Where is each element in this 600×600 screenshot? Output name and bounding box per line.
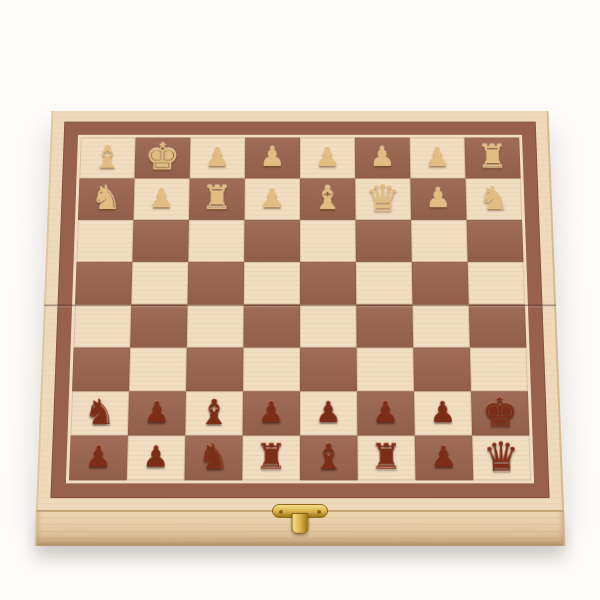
piece-dark-bishop: ♝	[313, 439, 345, 474]
square-d2[interactable]: ♟	[243, 391, 300, 435]
piece-light-pawn: ♟	[315, 144, 341, 171]
square-e4[interactable]	[300, 304, 357, 347]
folding-chess-box: ♝♚♟♟♟♟♟♜♞♟♜♟♝♛♟♞♞♟♝♟♟♟♟♚♟♟♞♜♝♜♟♛	[35, 111, 566, 546]
square-d4[interactable]	[243, 304, 300, 347]
square-f6[interactable]	[356, 220, 412, 262]
square-a3[interactable]	[72, 348, 130, 392]
chess-board-grid: ♝♚♟♟♟♟♟♜♞♟♜♟♝♛♟♞♞♟♝♟♟♟♟♚♟♟♞♜♝♜♟♛	[69, 137, 531, 480]
square-h1[interactable]: ♛	[472, 436, 531, 481]
piece-light-knight: ♞	[478, 182, 510, 214]
piece-dark-queen: ♛	[483, 437, 521, 477]
square-e8[interactable]: ♟	[300, 137, 355, 178]
square-h5[interactable]	[468, 262, 525, 305]
square-f7[interactable]: ♛	[355, 178, 411, 219]
piece-light-pawn: ♟	[370, 144, 396, 171]
board-inner-liner: ♝♚♟♟♟♟♟♜♞♟♜♟♝♛♟♞♞♟♝♟♟♟♟♚♟♟♞♜♝♜♟♛	[66, 135, 534, 484]
square-c3[interactable]	[186, 348, 243, 392]
piece-dark-pawn: ♟	[430, 442, 457, 471]
piece-dark-bishop: ♝	[198, 395, 230, 430]
square-g7[interactable]: ♟	[410, 178, 466, 219]
piece-dark-pawn: ♟	[258, 398, 285, 427]
square-b4[interactable]	[130, 304, 187, 347]
piece-dark-rook: ♜	[370, 439, 402, 474]
square-f8[interactable]: ♟	[355, 137, 411, 178]
clasp-screw-right	[317, 510, 321, 514]
piece-dark-pawn: ♟	[142, 442, 169, 471]
piece-light-pawn: ♟	[259, 185, 285, 212]
piece-light-rook: ♜	[201, 182, 232, 214]
piece-dark-pawn: ♟	[372, 398, 399, 427]
square-b2[interactable]: ♟	[128, 391, 186, 435]
square-g2[interactable]: ♟	[414, 391, 472, 435]
square-a4[interactable]	[74, 304, 132, 347]
piece-dark-pawn: ♟	[315, 398, 342, 427]
square-b1[interactable]: ♟	[127, 436, 186, 481]
square-c4[interactable]	[187, 304, 244, 347]
square-f3[interactable]	[357, 348, 414, 392]
square-g4[interactable]	[412, 304, 469, 347]
square-e3[interactable]	[300, 348, 357, 392]
square-a8[interactable]: ♝	[79, 137, 135, 178]
square-f2[interactable]: ♟	[357, 391, 415, 435]
piece-dark-pawn: ♟	[429, 398, 456, 427]
square-d1[interactable]: ♜	[242, 436, 300, 481]
square-d8[interactable]: ♟	[245, 137, 300, 178]
square-f4[interactable]	[356, 304, 413, 347]
square-b6[interactable]	[132, 220, 189, 262]
square-c7[interactable]: ♜	[189, 178, 245, 219]
square-d3[interactable]	[243, 348, 300, 392]
box-top-surface: ♝♚♟♟♟♟♟♜♞♟♜♟♝♛♟♞♞♟♝♟♟♟♟♚♟♟♞♜♝♜♟♛	[36, 111, 564, 510]
square-b5[interactable]	[131, 262, 188, 305]
clasp-screw-left	[279, 510, 283, 514]
piece-light-rook: ♜	[477, 141, 509, 173]
square-f1[interactable]: ♜	[357, 436, 415, 481]
piece-light-bishop: ♝	[312, 182, 343, 214]
piece-light-queen: ♛	[365, 180, 401, 217]
board-border-band: ♝♚♟♟♟♟♟♜♞♟♜♟♝♛♟♞♞♟♝♟♟♟♟♚♟♟♞♜♝♜♟♛	[50, 122, 549, 499]
square-a5[interactable]	[75, 262, 132, 305]
square-e1[interactable]: ♝	[300, 436, 358, 481]
square-c2[interactable]: ♝	[185, 391, 243, 435]
square-a6[interactable]	[76, 220, 133, 262]
square-h7[interactable]: ♞	[465, 178, 522, 219]
piece-light-pawn: ♟	[424, 144, 450, 171]
piece-dark-knight: ♞	[83, 395, 116, 430]
piece-dark-rook: ♜	[255, 439, 287, 474]
piece-light-pawn: ♟	[205, 144, 231, 171]
square-c5[interactable]	[188, 262, 245, 305]
square-d5[interactable]	[244, 262, 300, 305]
square-h8[interactable]: ♜	[464, 137, 520, 178]
brass-clasp	[272, 504, 328, 538]
piece-dark-pawn: ♟	[85, 442, 113, 471]
square-e2[interactable]: ♟	[300, 391, 357, 435]
piece-dark-king: ♚	[481, 393, 518, 432]
piece-dark-pawn: ♟	[143, 398, 170, 427]
square-b8[interactable]: ♚	[135, 137, 191, 178]
square-h3[interactable]	[470, 348, 528, 392]
square-g5[interactable]	[412, 262, 469, 305]
square-a2[interactable]: ♞	[71, 391, 130, 435]
piece-light-pawn: ♟	[149, 185, 175, 212]
square-f5[interactable]	[356, 262, 413, 305]
square-h6[interactable]	[467, 220, 524, 262]
square-c6[interactable]	[188, 220, 244, 262]
square-e5[interactable]	[300, 262, 356, 305]
square-b3[interactable]	[129, 348, 187, 392]
square-a7[interactable]: ♞	[78, 178, 135, 219]
piece-light-king: ♚	[145, 139, 181, 175]
square-g3[interactable]	[413, 348, 471, 392]
square-g1[interactable]: ♟	[415, 436, 474, 481]
square-h4[interactable]	[469, 304, 527, 347]
piece-dark-knight: ♞	[197, 439, 229, 474]
clasp-tongue	[291, 513, 308, 534]
piece-light-knight: ♞	[90, 182, 122, 214]
square-g8[interactable]: ♟	[410, 137, 466, 178]
square-e6[interactable]	[300, 220, 356, 262]
board-wood-frame: ♝♚♟♟♟♟♟♜♞♟♜♟♝♛♟♞♞♟♝♟♟♟♟♚♟♟♞♜♝♜♟♛	[50, 122, 549, 499]
square-c1[interactable]: ♞	[184, 436, 242, 481]
square-c8[interactable]: ♟	[190, 137, 246, 178]
piece-light-pawn: ♟	[425, 185, 451, 212]
square-d6[interactable]	[244, 220, 300, 262]
piece-light-bishop: ♝	[92, 141, 124, 173]
piece-light-pawn: ♟	[260, 144, 286, 171]
box-front-face	[35, 510, 566, 546]
square-b7[interactable]: ♟	[133, 178, 189, 219]
product-photo: ♝♚♟♟♟♟♟♜♞♟♜♟♝♛♟♞♞♟♝♟♟♟♟♚♟♟♞♜♝♜♟♛	[0, 0, 600, 600]
square-a1[interactable]: ♟	[69, 436, 128, 481]
square-h2[interactable]: ♚	[471, 391, 530, 435]
square-d7[interactable]: ♟	[244, 178, 300, 219]
square-e7[interactable]: ♝	[300, 178, 356, 219]
square-g6[interactable]	[411, 220, 468, 262]
